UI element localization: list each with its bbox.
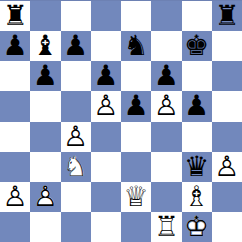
square-h2[interactable]	[212, 182, 242, 212]
black-rook-piece[interactable]: ♜	[212, 1, 242, 31]
square-b2[interactable]: ♟♙	[30, 182, 60, 212]
white-pawn-outline: ♙	[212, 152, 242, 182]
square-g6[interactable]	[182, 61, 212, 91]
square-f8[interactable]	[151, 1, 181, 31]
black-rook-piece[interactable]: ♜	[0, 1, 30, 31]
square-c4[interactable]: ♟♙	[61, 122, 91, 152]
white-rook-piece[interactable]: ♜♖	[151, 212, 181, 242]
square-c3[interactable]: ♞♘	[61, 152, 91, 182]
black-pawn-piece[interactable]: ♟	[91, 61, 121, 91]
white-pawn-piece[interactable]: ♟♙	[151, 91, 181, 121]
square-g3[interactable]: ♛	[182, 152, 212, 182]
square-g2[interactable]: ♝♗	[182, 182, 212, 212]
black-queen-piece[interactable]: ♛	[182, 152, 212, 182]
white-rook-outline: ♖	[151, 212, 181, 242]
square-f2[interactable]	[151, 182, 181, 212]
square-b4[interactable]	[30, 122, 60, 152]
square-c7[interactable]: ♟	[61, 31, 91, 61]
chess-board: ♜♜♟♝♟♞♚♟♟♟♟♙♟♟♙♟♟♙♞♘♛♟♙♟♙♟♙♛♕♝♗♜♖♚♔	[0, 0, 242, 242]
square-e1[interactable]	[121, 212, 151, 242]
square-b3[interactable]	[30, 152, 60, 182]
white-king-piece[interactable]: ♚♔	[182, 212, 212, 242]
square-c5[interactable]	[61, 91, 91, 121]
square-e2[interactable]: ♛♕	[121, 182, 151, 212]
white-bishop-outline: ♗	[182, 182, 212, 212]
square-h1[interactable]	[212, 212, 242, 242]
square-e6[interactable]	[121, 61, 151, 91]
square-b7[interactable]: ♝	[30, 31, 60, 61]
square-h4[interactable]	[212, 122, 242, 152]
black-pawn-piece[interactable]: ♟	[121, 91, 151, 121]
square-a3[interactable]	[0, 152, 30, 182]
white-pawn-piece[interactable]: ♟♙	[30, 182, 60, 212]
square-g5[interactable]: ♟	[182, 91, 212, 121]
square-d3[interactable]	[91, 152, 121, 182]
square-g7[interactable]: ♚	[182, 31, 212, 61]
square-d6[interactable]: ♟	[91, 61, 121, 91]
black-pawn-piece[interactable]: ♟	[30, 61, 60, 91]
square-e3[interactable]	[121, 152, 151, 182]
square-g4[interactable]	[182, 122, 212, 152]
square-h5[interactable]	[212, 91, 242, 121]
square-d8[interactable]	[91, 1, 121, 31]
square-f5[interactable]: ♟♙	[151, 91, 181, 121]
white-queen-outline: ♕	[121, 182, 151, 212]
black-pawn-piece[interactable]: ♟	[61, 31, 91, 61]
square-g8[interactable]	[182, 1, 212, 31]
square-h6[interactable]	[212, 61, 242, 91]
square-b5[interactable]	[30, 91, 60, 121]
square-b1[interactable]	[30, 212, 60, 242]
white-pawn-outline: ♙	[91, 91, 121, 121]
square-f3[interactable]	[151, 152, 181, 182]
square-f6[interactable]: ♟	[151, 61, 181, 91]
white-pawn-piece[interactable]: ♟♙	[91, 91, 121, 121]
white-pawn-piece[interactable]: ♟♙	[0, 182, 30, 212]
square-e7[interactable]: ♞	[121, 31, 151, 61]
square-h8[interactable]: ♜	[212, 1, 242, 31]
square-d7[interactable]	[91, 31, 121, 61]
square-a6[interactable]	[0, 61, 30, 91]
square-f1[interactable]: ♜♖	[151, 212, 181, 242]
white-pawn-outline: ♙	[0, 182, 30, 212]
square-h7[interactable]	[212, 31, 242, 61]
black-king-piece[interactable]: ♚	[182, 31, 212, 61]
black-pawn-piece[interactable]: ♟	[182, 91, 212, 121]
white-queen-piece[interactable]: ♛♕	[121, 182, 151, 212]
square-a4[interactable]	[0, 122, 30, 152]
square-d2[interactable]	[91, 182, 121, 212]
white-pawn-piece[interactable]: ♟♙	[61, 122, 91, 152]
square-d5[interactable]: ♟♙	[91, 91, 121, 121]
white-knight-outline: ♘	[61, 152, 91, 182]
square-f7[interactable]	[151, 31, 181, 61]
square-d1[interactable]	[91, 212, 121, 242]
black-pawn-piece[interactable]: ♟	[0, 31, 30, 61]
square-c8[interactable]	[61, 1, 91, 31]
black-bishop-piece[interactable]: ♝	[30, 31, 60, 61]
black-pawn-piece[interactable]: ♟	[151, 61, 181, 91]
square-e4[interactable]	[121, 122, 151, 152]
square-a7[interactable]: ♟	[0, 31, 30, 61]
white-knight-piece[interactable]: ♞♘	[61, 152, 91, 182]
square-e8[interactable]	[121, 1, 151, 31]
white-pawn-outline: ♙	[30, 182, 60, 212]
square-g1[interactable]: ♚♔	[182, 212, 212, 242]
square-d4[interactable]	[91, 122, 121, 152]
white-pawn-piece[interactable]: ♟♙	[212, 152, 242, 182]
white-pawn-outline: ♙	[61, 122, 91, 152]
square-a5[interactable]	[0, 91, 30, 121]
square-c2[interactable]	[61, 182, 91, 212]
square-c1[interactable]	[61, 212, 91, 242]
white-king-outline: ♔	[182, 212, 212, 242]
square-f4[interactable]	[151, 122, 181, 152]
black-knight-piece[interactable]: ♞	[121, 31, 151, 61]
square-a8[interactable]: ♜	[0, 1, 30, 31]
square-b8[interactable]	[30, 1, 60, 31]
square-a2[interactable]: ♟♙	[0, 182, 30, 212]
square-e5[interactable]: ♟	[121, 91, 151, 121]
square-a1[interactable]	[0, 212, 30, 242]
square-b6[interactable]: ♟	[30, 61, 60, 91]
white-bishop-piece[interactable]: ♝♗	[182, 182, 212, 212]
white-pawn-outline: ♙	[151, 91, 181, 121]
square-h3[interactable]: ♟♙	[212, 152, 242, 182]
square-c6[interactable]	[61, 61, 91, 91]
